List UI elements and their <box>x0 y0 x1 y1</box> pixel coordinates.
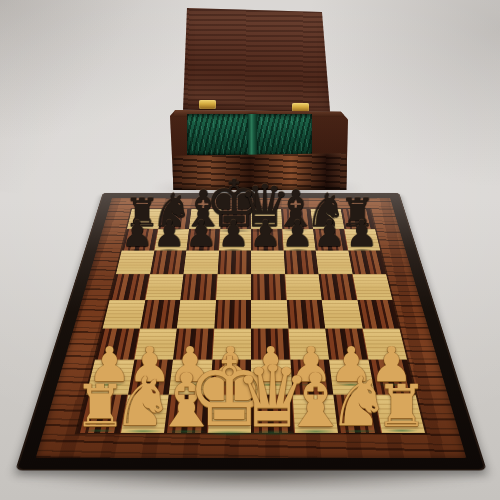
piece-black-pawn-a7[interactable]: ♟ <box>121 216 153 252</box>
piece-black-pawn-g7[interactable]: ♟ <box>313 216 345 252</box>
piece-black-pawn-c7[interactable]: ♟ <box>185 216 217 252</box>
piece-black-pawn-e7[interactable]: ♟ <box>249 216 281 252</box>
pieces-layer: ♜♞♝♚♛♝♞♜♟♟♟♟♟♟♟♟♟♟♟♟♟♟♟♟♜♞♝♚♛♝♞♜ <box>0 0 500 500</box>
piece-black-pawn-b7[interactable]: ♟ <box>153 216 185 252</box>
piece-black-pawn-d7[interactable]: ♟ <box>217 216 249 252</box>
piece-white-rook-h1[interactable]: ♜ <box>376 377 428 435</box>
photo-scene: ♜♞♝♚♛♝♞♜♟♟♟♟♟♟♟♟♟♟♟♟♟♟♟♟♜♞♝♚♛♝♞♜ Wooden … <box>0 0 500 500</box>
piece-black-pawn-h7[interactable]: ♟ <box>345 216 377 252</box>
piece-black-pawn-f7[interactable]: ♟ <box>281 216 313 252</box>
